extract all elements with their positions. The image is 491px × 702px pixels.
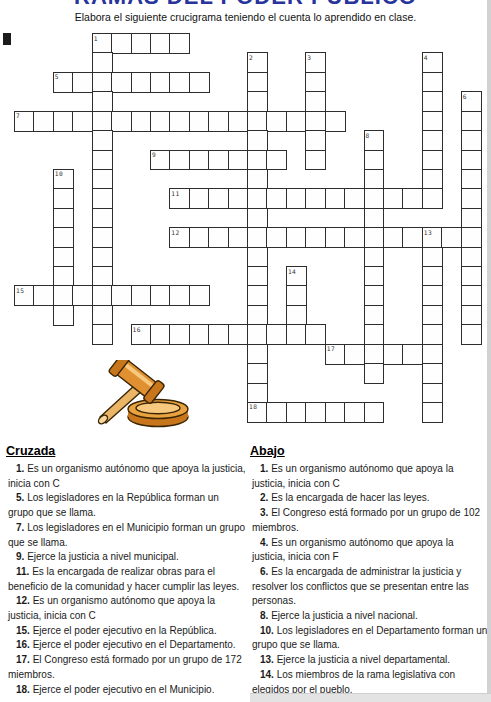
clue: 8. Ejerce la justicia a nivel nacional. bbox=[250, 609, 488, 624]
grid-cell[interactable] bbox=[305, 402, 326, 423]
grid-cell[interactable] bbox=[305, 72, 326, 93]
clue: 3. El Congreso está formado por un grupo… bbox=[250, 506, 488, 535]
clue-number: 9. bbox=[16, 551, 27, 562]
grid-cell[interactable] bbox=[461, 227, 482, 248]
grid-cell[interactable] bbox=[441, 227, 462, 248]
grid-cell[interactable] bbox=[169, 150, 190, 171]
grid-cell[interactable] bbox=[208, 324, 229, 345]
grid-cell[interactable] bbox=[228, 150, 249, 171]
grid-cell[interactable] bbox=[364, 344, 385, 365]
grid-cell[interactable] bbox=[422, 266, 443, 287]
grid-cell[interactable] bbox=[247, 130, 268, 151]
grid-cell[interactable] bbox=[422, 247, 443, 268]
grid-cell[interactable] bbox=[461, 111, 482, 132]
clue: 4. Es un organismo autónomo que apoya la… bbox=[250, 536, 488, 565]
grid-cell[interactable] bbox=[247, 383, 268, 404]
grid-cell[interactable] bbox=[208, 227, 229, 248]
grid-cell[interactable] bbox=[305, 227, 326, 248]
grid-cell[interactable] bbox=[150, 33, 171, 54]
grid-cell[interactable] bbox=[286, 227, 307, 248]
grid-cell[interactable] bbox=[33, 111, 54, 132]
grid-cell[interactable] bbox=[422, 111, 443, 132]
grid-cell[interactable] bbox=[286, 305, 307, 326]
grid-cell[interactable] bbox=[383, 227, 404, 248]
grid-cell[interactable] bbox=[402, 344, 423, 365]
grid-cell[interactable] bbox=[422, 285, 443, 306]
across-header: Cruzada bbox=[6, 444, 246, 458]
cell-number: 15 bbox=[16, 287, 24, 294]
grid-cell[interactable] bbox=[402, 227, 423, 248]
grid-cell[interactable] bbox=[422, 324, 443, 345]
grid-cell[interactable] bbox=[150, 324, 171, 345]
grid-cell[interactable] bbox=[247, 285, 268, 306]
clue-number: 14. bbox=[260, 669, 277, 680]
clue: 6. Es la encargada de administrar la jus… bbox=[250, 565, 488, 609]
grid-cell[interactable] bbox=[247, 247, 268, 268]
clue: 13. Ejerce la justicia a nivel departame… bbox=[250, 653, 488, 668]
grid-cell[interactable] bbox=[286, 111, 307, 132]
grid-cell[interactable] bbox=[461, 266, 482, 287]
grid-cell[interactable] bbox=[53, 285, 74, 306]
grid-cell[interactable] bbox=[325, 111, 346, 132]
clue: 17. El Congreso está formado por un grup… bbox=[6, 653, 246, 682]
grid-cell[interactable] bbox=[72, 285, 93, 306]
clue: 2. Es la encargada de hacer las leyes. bbox=[250, 491, 488, 506]
grid-cell[interactable] bbox=[92, 266, 113, 287]
grid-cell[interactable] bbox=[247, 188, 268, 209]
instructions: Elabora el siguiente crucigrama teniendo… bbox=[0, 11, 491, 23]
cell-number: 4 bbox=[424, 54, 428, 61]
grid-cell[interactable] bbox=[344, 344, 365, 365]
grid-cell[interactable] bbox=[422, 130, 443, 151]
clue: 7. Los legisladores en el Municipio form… bbox=[6, 521, 246, 550]
grid-cell[interactable] bbox=[247, 227, 268, 248]
grid-cell[interactable] bbox=[305, 150, 326, 171]
grid-cell[interactable] bbox=[266, 402, 287, 423]
grid-cell[interactable] bbox=[266, 150, 287, 171]
cell-number: 9 bbox=[152, 151, 156, 158]
cell-number: 3 bbox=[307, 54, 311, 61]
grid-cell[interactable] bbox=[422, 150, 443, 171]
grid-cell[interactable] bbox=[111, 111, 132, 132]
clue-number: 18. bbox=[16, 684, 33, 695]
clue-number: 11. bbox=[16, 566, 32, 577]
grid-cell[interactable] bbox=[364, 285, 385, 306]
grid-cell[interactable] bbox=[305, 188, 326, 209]
cell-number: 10 bbox=[55, 170, 63, 177]
grid-cell[interactable] bbox=[53, 111, 74, 132]
grid-cell[interactable] bbox=[150, 111, 171, 132]
grid-cell[interactable] bbox=[247, 72, 268, 93]
grid-cell[interactable] bbox=[228, 188, 249, 209]
clue-number: 5. bbox=[16, 492, 27, 503]
grid-cell[interactable] bbox=[305, 111, 326, 132]
cell-number: 1 bbox=[94, 35, 98, 42]
grid-cell[interactable] bbox=[422, 169, 443, 190]
grid-cell[interactable] bbox=[422, 188, 443, 209]
grid-cell[interactable] bbox=[461, 247, 482, 268]
grid-cell[interactable] bbox=[247, 169, 268, 190]
grid-cell[interactable] bbox=[305, 324, 326, 345]
grid-cell[interactable] bbox=[92, 52, 113, 73]
down-clues-section: Abajo 1. Es un organismo autónomo que ap… bbox=[250, 444, 488, 697]
grid-cell[interactable] bbox=[53, 266, 74, 287]
grid-cell[interactable] bbox=[72, 111, 93, 132]
cell-number: 8 bbox=[366, 132, 370, 139]
grid-cell[interactable] bbox=[422, 402, 443, 423]
clue-number: 12. bbox=[16, 595, 33, 606]
grid-cell[interactable] bbox=[92, 305, 113, 326]
grid-cell[interactable] bbox=[364, 247, 385, 268]
grid-cell[interactable] bbox=[364, 324, 385, 345]
grid-cell[interactable] bbox=[92, 227, 113, 248]
clue: 5. Los legisladores en la República form… bbox=[6, 491, 246, 520]
clue-number: 10. bbox=[260, 625, 277, 636]
grid-cell[interactable] bbox=[286, 188, 307, 209]
grid-cell[interactable] bbox=[286, 285, 307, 306]
grid-cell[interactable] bbox=[92, 285, 113, 306]
grid-cell[interactable] bbox=[461, 150, 482, 171]
grid-cell[interactable] bbox=[53, 247, 74, 268]
cell-number: 6 bbox=[463, 93, 467, 100]
grid-cell[interactable] bbox=[461, 188, 482, 209]
grid-cell[interactable] bbox=[92, 169, 113, 190]
grid-cell[interactable] bbox=[92, 150, 113, 171]
grid-cell[interactable] bbox=[189, 150, 210, 171]
clue-number: 2. bbox=[260, 492, 271, 503]
grid-cell[interactable] bbox=[53, 188, 74, 209]
clue-number: 1. bbox=[16, 463, 27, 474]
grid-cell[interactable] bbox=[344, 227, 365, 248]
gavel-icon bbox=[92, 360, 197, 430]
clue-number: 8. bbox=[260, 610, 271, 621]
grid-cell[interactable] bbox=[150, 72, 171, 93]
clue-number: 17. bbox=[16, 654, 33, 665]
grid-cell[interactable] bbox=[422, 383, 443, 404]
cell-number: 12 bbox=[171, 229, 179, 236]
page-edge-right bbox=[487, 0, 491, 702]
cell-number: 5 bbox=[55, 73, 59, 80]
grid-cell[interactable] bbox=[344, 188, 365, 209]
grid-cell[interactable] bbox=[92, 247, 113, 268]
down-clue-list: 1. Es un organismo autónomo que apoya la… bbox=[250, 462, 488, 697]
clue-number: 7. bbox=[16, 522, 27, 533]
grid-cell[interactable] bbox=[325, 188, 346, 209]
grid-cell[interactable] bbox=[266, 227, 287, 248]
cell-number: 17 bbox=[327, 345, 335, 352]
grid-cell[interactable] bbox=[92, 324, 113, 345]
grid-cell[interactable] bbox=[247, 305, 268, 326]
grid-cell[interactable] bbox=[402, 188, 423, 209]
grid-cell[interactable] bbox=[33, 285, 54, 306]
grid-cell[interactable] bbox=[189, 111, 210, 132]
grid-cell[interactable] bbox=[189, 227, 210, 248]
grid-cell[interactable] bbox=[169, 33, 190, 54]
clue: 15. Ejerce el poder ejecutivo en la Repú… bbox=[6, 624, 246, 639]
clue-number: 16. bbox=[16, 639, 33, 650]
grid-cell[interactable] bbox=[92, 208, 113, 229]
clue-number: 4. bbox=[260, 537, 271, 548]
grid-cell[interactable] bbox=[189, 324, 210, 345]
grid-cell[interactable] bbox=[305, 91, 326, 112]
grid-cell[interactable] bbox=[461, 305, 482, 326]
grid-cell[interactable] bbox=[325, 227, 346, 248]
grid-cell[interactable] bbox=[364, 188, 385, 209]
clue: 18. Ejerce el poder ejecutivo en el Muni… bbox=[6, 683, 246, 698]
grid-cell[interactable] bbox=[131, 72, 152, 93]
grid-cell[interactable] bbox=[286, 402, 307, 423]
grid-cell[interactable] bbox=[247, 266, 268, 287]
grid-cell[interactable] bbox=[111, 33, 132, 54]
grid-cell[interactable] bbox=[266, 111, 287, 132]
clue-number: 15. bbox=[16, 625, 33, 636]
grid-cell[interactable] bbox=[131, 111, 152, 132]
grid-cell[interactable] bbox=[208, 188, 229, 209]
grid-cell[interactable] bbox=[72, 72, 93, 93]
grid-cell[interactable] bbox=[228, 324, 249, 345]
grid-cell[interactable] bbox=[422, 305, 443, 326]
grid-cell[interactable] bbox=[422, 344, 443, 365]
page-title: RAMAS DEL PODER PUBLICO bbox=[0, 0, 491, 8]
cell-number: 14 bbox=[288, 268, 296, 275]
grid-cell[interactable] bbox=[208, 150, 229, 171]
grid-cell[interactable] bbox=[383, 344, 404, 365]
cell-number: 18 bbox=[249, 403, 257, 410]
grid-cell[interactable] bbox=[169, 324, 190, 345]
crossword-grid: 123456789101112131415161718 bbox=[14, 33, 481, 422]
grid-cell[interactable] bbox=[131, 285, 152, 306]
cell-number: 16 bbox=[133, 326, 141, 333]
grid-cell[interactable] bbox=[53, 208, 74, 229]
clue: 11. Es la encargada de realizar obras pa… bbox=[6, 565, 246, 594]
grid-cell[interactable] bbox=[169, 72, 190, 93]
clue: 1. Es un organismo autónomo que apoya la… bbox=[6, 462, 246, 491]
grid-cell[interactable] bbox=[247, 344, 268, 365]
grid-cell[interactable] bbox=[422, 363, 443, 384]
cell-number: 13 bbox=[424, 229, 432, 236]
grid-cell[interactable] bbox=[383, 188, 404, 209]
cell-number: 11 bbox=[171, 190, 179, 197]
across-clue-list: 1. Es un organismo autónomo que apoya la… bbox=[6, 462, 246, 697]
grid-cell[interactable] bbox=[325, 402, 346, 423]
grid-cell[interactable] bbox=[364, 266, 385, 287]
grid-cell[interactable] bbox=[111, 72, 132, 93]
grid-cell[interactable] bbox=[461, 208, 482, 229]
clue-number: 3. bbox=[260, 507, 271, 518]
grid-cell[interactable] bbox=[131, 33, 152, 54]
grid-cell[interactable] bbox=[344, 402, 365, 423]
grid-cell[interactable] bbox=[169, 285, 190, 306]
grid-cell[interactable] bbox=[189, 285, 210, 306]
grid-cell[interactable] bbox=[247, 150, 268, 171]
grid-cell[interactable] bbox=[53, 305, 74, 326]
grid-cell[interactable] bbox=[92, 111, 113, 132]
grid-cell[interactable] bbox=[92, 91, 113, 112]
grid-cell[interactable] bbox=[150, 285, 171, 306]
grid-cell[interactable] bbox=[266, 324, 287, 345]
grid-cell[interactable] bbox=[92, 130, 113, 151]
grid-cell[interactable] bbox=[364, 208, 385, 229]
grid-cell[interactable] bbox=[461, 285, 482, 306]
grid-cell[interactable] bbox=[364, 169, 385, 190]
grid-cell[interactable] bbox=[364, 363, 385, 384]
grid-cell[interactable] bbox=[189, 72, 210, 93]
grid-cell[interactable] bbox=[92, 188, 113, 209]
grid-cell[interactable] bbox=[286, 324, 307, 345]
grid-cell[interactable] bbox=[461, 324, 482, 345]
grid-cell[interactable] bbox=[461, 130, 482, 151]
grid-cell[interactable] bbox=[247, 208, 268, 229]
grid-cell[interactable] bbox=[169, 111, 190, 132]
grid-cell[interactable] bbox=[422, 72, 443, 93]
grid-cell[interactable] bbox=[364, 150, 385, 171]
grid-cell[interactable] bbox=[266, 188, 287, 209]
clue: 16. Ejerce el poder ejecutivo en el Depa… bbox=[6, 638, 246, 653]
clue: 1. Es un organismo autónomo que apoya la… bbox=[250, 462, 488, 491]
grid-cell[interactable] bbox=[92, 72, 113, 93]
page-artifact bbox=[3, 33, 11, 45]
grid-cell[interactable] bbox=[247, 363, 268, 384]
grid-cell[interactable] bbox=[247, 91, 268, 112]
cell-number: 2 bbox=[249, 54, 253, 61]
grid-cell[interactable] bbox=[247, 111, 268, 132]
grid-cell[interactable] bbox=[461, 169, 482, 190]
grid-cell[interactable] bbox=[422, 91, 443, 112]
clue-number: 1. bbox=[260, 463, 271, 474]
grid-cell[interactable] bbox=[305, 130, 326, 151]
clue-number: 13. bbox=[260, 654, 277, 665]
clue: 10. Los legisladores en el Departamento … bbox=[250, 624, 488, 653]
clue: 12. Es un organismo autónomo que apoya l… bbox=[6, 594, 246, 623]
grid-cell[interactable] bbox=[364, 402, 385, 423]
grid-cell[interactable] bbox=[53, 227, 74, 248]
across-clues-section: Cruzada 1. Es un organismo autónomo que … bbox=[6, 444, 246, 697]
grid-cell[interactable] bbox=[208, 111, 229, 132]
clue-number: 6. bbox=[260, 566, 271, 577]
grid-cell[interactable] bbox=[111, 285, 132, 306]
grid-cell[interactable] bbox=[247, 324, 268, 345]
page-edge-bottom bbox=[250, 693, 491, 702]
grid-cell[interactable] bbox=[228, 111, 249, 132]
cell-number: 7 bbox=[16, 112, 20, 119]
grid-cell[interactable] bbox=[189, 188, 210, 209]
grid-cell[interactable] bbox=[364, 227, 385, 248]
clue: 9. Ejerce la justicia a nivel municipal. bbox=[6, 550, 246, 565]
down-header: Abajo bbox=[250, 444, 488, 458]
grid-cell[interactable] bbox=[228, 227, 249, 248]
grid-cell[interactable] bbox=[364, 305, 385, 326]
